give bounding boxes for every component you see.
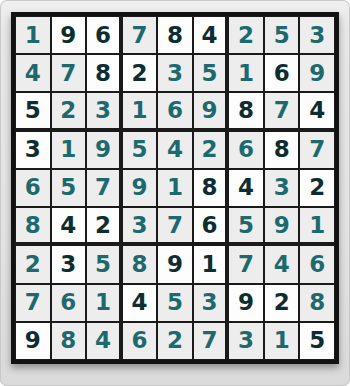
cell-r1c4[interactable]: 7 <box>122 16 158 54</box>
cell-r8c8[interactable]: 2 <box>264 284 300 322</box>
cell-r8c2[interactable]: 6 <box>51 284 87 322</box>
cell-r9c8[interactable]: 1 <box>264 322 300 360</box>
cell-r7c9[interactable]: 6 <box>299 245 335 283</box>
cell-r1c1[interactable]: 1 <box>15 16 51 54</box>
cell-r8c7[interactable]: 9 <box>228 284 264 322</box>
cell-r3c2[interactable]: 2 <box>51 92 87 130</box>
cell-r8c9[interactable]: 8 <box>299 284 335 322</box>
cell-r9c2[interactable]: 8 <box>51 322 87 360</box>
cell-r6c9[interactable]: 1 <box>299 207 335 245</box>
cell-r9c6[interactable]: 7 <box>193 322 229 360</box>
cell-r9c5[interactable]: 2 <box>157 322 193 360</box>
cell-r2c8[interactable]: 6 <box>264 54 300 92</box>
cell-r9c3[interactable]: 4 <box>86 322 122 360</box>
cell-r4c7[interactable]: 6 <box>228 131 264 169</box>
cell-r6c3[interactable]: 2 <box>86 207 122 245</box>
cell-r4c4[interactable]: 5 <box>122 131 158 169</box>
cell-r2c4[interactable]: 2 <box>122 54 158 92</box>
cell-r7c4[interactable]: 8 <box>122 245 158 283</box>
cell-r3c5[interactable]: 6 <box>157 92 193 130</box>
cell-r6c8[interactable]: 9 <box>264 207 300 245</box>
cell-r1c9[interactable]: 3 <box>299 16 335 54</box>
cell-r6c4[interactable]: 3 <box>122 207 158 245</box>
cell-r5c2[interactable]: 5 <box>51 169 87 207</box>
cell-r5c7[interactable]: 4 <box>228 169 264 207</box>
cell-r4c5[interactable]: 4 <box>157 131 193 169</box>
cell-r9c9[interactable]: 5 <box>299 322 335 360</box>
cell-r2c3[interactable]: 8 <box>86 54 122 92</box>
cell-r1c7[interactable]: 2 <box>228 16 264 54</box>
cell-r2c1[interactable]: 4 <box>15 54 51 92</box>
cell-r1c6[interactable]: 4 <box>193 16 229 54</box>
sudoku-board: 1967842534782351695231698743195426876579… <box>11 12 339 364</box>
cell-r4c8[interactable]: 8 <box>264 131 300 169</box>
cell-r7c3[interactable]: 5 <box>86 245 122 283</box>
sudoku-widget: 1967842534782351695231698743195426876579… <box>0 0 350 386</box>
cell-r6c1[interactable]: 8 <box>15 207 51 245</box>
cell-r8c4[interactable]: 4 <box>122 284 158 322</box>
cell-r1c5[interactable]: 8 <box>157 16 193 54</box>
cell-r4c2[interactable]: 1 <box>51 131 87 169</box>
cell-r6c5[interactable]: 7 <box>157 207 193 245</box>
cell-r3c3[interactable]: 3 <box>86 92 122 130</box>
cell-r4c1[interactable]: 3 <box>15 131 51 169</box>
cell-r4c9[interactable]: 7 <box>299 131 335 169</box>
cell-r9c4[interactable]: 6 <box>122 322 158 360</box>
cell-r8c6[interactable]: 3 <box>193 284 229 322</box>
cell-r3c1[interactable]: 5 <box>15 92 51 130</box>
cell-r3c4[interactable]: 1 <box>122 92 158 130</box>
cell-r6c2[interactable]: 4 <box>51 207 87 245</box>
cell-r7c8[interactable]: 4 <box>264 245 300 283</box>
cell-r7c7[interactable]: 7 <box>228 245 264 283</box>
cell-r5c8[interactable]: 3 <box>264 169 300 207</box>
cell-r1c3[interactable]: 6 <box>86 16 122 54</box>
cell-r2c2[interactable]: 7 <box>51 54 87 92</box>
cell-r7c1[interactable]: 2 <box>15 245 51 283</box>
cell-r4c6[interactable]: 2 <box>193 131 229 169</box>
cell-r7c2[interactable]: 3 <box>51 245 87 283</box>
cell-r7c5[interactable]: 9 <box>157 245 193 283</box>
cell-r3c7[interactable]: 8 <box>228 92 264 130</box>
cell-r4c3[interactable]: 9 <box>86 131 122 169</box>
cell-r3c6[interactable]: 9 <box>193 92 229 130</box>
cell-r2c6[interactable]: 5 <box>193 54 229 92</box>
cell-r8c5[interactable]: 5 <box>157 284 193 322</box>
cell-r9c7[interactable]: 3 <box>228 322 264 360</box>
cell-r3c9[interactable]: 4 <box>299 92 335 130</box>
cell-r5c9[interactable]: 2 <box>299 169 335 207</box>
cell-r2c5[interactable]: 3 <box>157 54 193 92</box>
cell-r5c4[interactable]: 9 <box>122 169 158 207</box>
cell-r1c8[interactable]: 5 <box>264 16 300 54</box>
cell-r6c7[interactable]: 5 <box>228 207 264 245</box>
cell-r7c6[interactable]: 1 <box>193 245 229 283</box>
cell-r1c2[interactable]: 9 <box>51 16 87 54</box>
cell-r5c6[interactable]: 8 <box>193 169 229 207</box>
cell-r5c1[interactable]: 6 <box>15 169 51 207</box>
cell-r3c8[interactable]: 7 <box>264 92 300 130</box>
cell-r9c1[interactable]: 9 <box>15 322 51 360</box>
cell-r2c7[interactable]: 1 <box>228 54 264 92</box>
cell-r8c3[interactable]: 1 <box>86 284 122 322</box>
cell-r2c9[interactable]: 9 <box>299 54 335 92</box>
cell-r5c3[interactable]: 7 <box>86 169 122 207</box>
cell-r6c6[interactable]: 6 <box>193 207 229 245</box>
cell-r5c5[interactable]: 1 <box>157 169 193 207</box>
cell-r8c1[interactable]: 7 <box>15 284 51 322</box>
